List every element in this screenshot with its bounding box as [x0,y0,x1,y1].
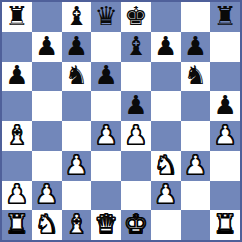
piece-black-pawn[interactable]: ♟ [184,33,207,59]
square-g4[interactable] [181,121,211,151]
square-f2[interactable]: ♟ [151,181,181,211]
piece-black-king[interactable]: ♚ [124,3,147,29]
square-b8[interactable] [32,2,62,32]
square-f8[interactable] [151,2,181,32]
square-c5[interactable] [62,91,92,121]
square-b7[interactable]: ♟ [32,32,62,62]
square-e4[interactable]: ♟ [121,121,151,151]
piece-black-knight[interactable]: ♞ [65,62,88,88]
square-a6[interactable]: ♟ [2,62,32,92]
square-d5[interactable] [91,91,121,121]
square-f4[interactable] [151,121,181,151]
square-e2[interactable] [121,181,151,211]
square-h1[interactable]: ♜ [210,210,240,240]
piece-white-knight[interactable]: ♞ [154,152,177,178]
piece-white-pawn[interactable]: ♟ [65,152,88,178]
piece-white-pawn[interactable]: ♟ [154,181,177,207]
square-f7[interactable]: ♟ [151,32,181,62]
square-e6[interactable] [121,62,151,92]
piece-black-pawn[interactable]: ♟ [94,62,117,88]
square-g5[interactable] [181,91,211,121]
square-b5[interactable] [32,91,62,121]
square-b4[interactable] [32,121,62,151]
square-g7[interactable]: ♟ [181,32,211,62]
square-c6[interactable]: ♞ [62,62,92,92]
piece-black-pawn[interactable]: ♟ [154,33,177,59]
square-e8[interactable]: ♚ [121,2,151,32]
square-d4[interactable]: ♟ [91,121,121,151]
square-e3[interactable] [121,151,151,181]
piece-white-rook[interactable]: ♜ [213,211,236,237]
square-h3[interactable] [210,151,240,181]
square-h4[interactable]: ♟ [210,121,240,151]
piece-white-pawn[interactable]: ♟ [213,122,236,148]
square-f1[interactable] [151,210,181,240]
square-c2[interactable] [62,181,92,211]
square-h7[interactable] [210,32,240,62]
piece-black-bishop[interactable]: ♝ [124,33,147,59]
piece-white-pawn[interactable]: ♟ [184,152,207,178]
square-b1[interactable]: ♞ [32,210,62,240]
square-c7[interactable]: ♟ [62,32,92,62]
piece-white-bishop[interactable]: ♝ [5,122,28,148]
piece-white-pawn[interactable]: ♟ [5,181,28,207]
square-g2[interactable] [181,181,211,211]
square-f6[interactable] [151,62,181,92]
square-b3[interactable] [32,151,62,181]
piece-white-bishop[interactable]: ♝ [65,211,88,237]
square-b2[interactable]: ♟ [32,181,62,211]
square-e1[interactable]: ♚ [121,210,151,240]
piece-black-pawn[interactable]: ♟ [5,62,28,88]
square-h8[interactable]: ♜ [210,2,240,32]
piece-black-pawn[interactable]: ♟ [124,92,147,118]
square-c1[interactable]: ♝ [62,210,92,240]
square-d2[interactable] [91,181,121,211]
square-g6[interactable]: ♞ [181,62,211,92]
piece-white-knight[interactable]: ♞ [35,211,58,237]
square-c8[interactable]: ♝ [62,2,92,32]
square-a4[interactable]: ♝ [2,121,32,151]
square-d8[interactable]: ♛ [91,2,121,32]
piece-white-pawn[interactable]: ♟ [124,122,147,148]
square-h5[interactable]: ♟ [210,91,240,121]
piece-white-pawn[interactable]: ♟ [94,122,117,148]
piece-white-king[interactable]: ♚ [124,211,147,237]
chess-board: ♜♝♛♚♜♟♟♝♟♟♟♞♟♞♟♟♝♟♟♟♟♞♟♟♟♟♜♞♝♛♚♜ [0,0,242,242]
square-h2[interactable] [210,181,240,211]
square-d6[interactable]: ♟ [91,62,121,92]
square-f5[interactable] [151,91,181,121]
square-g8[interactable] [181,2,211,32]
square-c4[interactable] [62,121,92,151]
piece-black-pawn[interactable]: ♟ [65,33,88,59]
square-a2[interactable]: ♟ [2,181,32,211]
square-d7[interactable] [91,32,121,62]
square-d1[interactable]: ♛ [91,210,121,240]
square-d3[interactable] [91,151,121,181]
square-h6[interactable] [210,62,240,92]
piece-white-rook[interactable]: ♜ [5,211,28,237]
piece-black-bishop[interactable]: ♝ [65,3,88,29]
piece-black-knight[interactable]: ♞ [184,62,207,88]
square-b6[interactable] [32,62,62,92]
piece-white-pawn[interactable]: ♟ [35,181,58,207]
square-g1[interactable] [181,210,211,240]
square-c3[interactable]: ♟ [62,151,92,181]
square-a1[interactable]: ♜ [2,210,32,240]
square-f3[interactable]: ♞ [151,151,181,181]
piece-black-pawn[interactable]: ♟ [213,92,236,118]
square-g3[interactable]: ♟ [181,151,211,181]
square-e5[interactable]: ♟ [121,91,151,121]
piece-black-rook[interactable]: ♜ [5,3,28,29]
square-a5[interactable] [2,91,32,121]
piece-black-rook[interactable]: ♜ [213,3,236,29]
piece-white-queen[interactable]: ♛ [94,211,117,237]
square-a8[interactable]: ♜ [2,2,32,32]
square-a3[interactable] [2,151,32,181]
piece-black-pawn[interactable]: ♟ [35,33,58,59]
square-a7[interactable] [2,32,32,62]
piece-black-queen[interactable]: ♛ [94,3,117,29]
square-e7[interactable]: ♝ [121,32,151,62]
